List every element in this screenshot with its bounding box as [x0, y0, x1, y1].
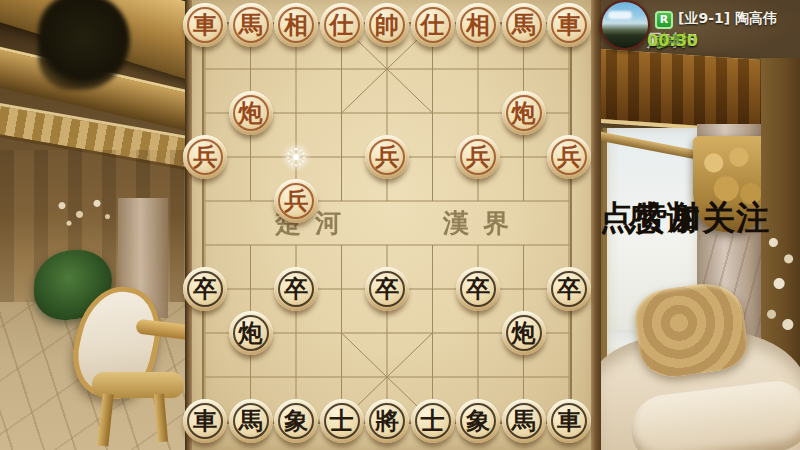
piece-red-兵[interactable]: 兵 — [365, 135, 409, 179]
piece-character: 卒 — [274, 267, 318, 311]
piece-red-帥[interactable]: 帥 — [365, 3, 409, 47]
piece-black-車[interactable]: 車 — [183, 399, 227, 443]
piece-red-相[interactable]: 相 — [274, 3, 318, 47]
piece-red-炮[interactable]: 炮 — [502, 91, 546, 135]
piece-character: 馬 — [502, 399, 546, 443]
piece-red-兵[interactable]: 兵 — [456, 135, 500, 179]
background-left-room — [0, 0, 185, 450]
piece-red-仕[interactable]: 仕 — [411, 3, 455, 47]
piece-character: 卒 — [456, 267, 500, 311]
piece-black-士[interactable]: 士 — [320, 399, 364, 443]
piece-black-象[interactable]: 象 — [274, 399, 318, 443]
piece-black-將[interactable]: 將 — [365, 399, 409, 443]
piece-character: 士 — [320, 399, 364, 443]
last-move-origin-marker — [287, 148, 305, 166]
piece-character: 炮 — [229, 91, 273, 135]
piece-character: 相 — [456, 3, 500, 47]
banner-line2: 感谢 — [600, 201, 706, 235]
piece-character: 仕 — [320, 3, 364, 47]
piece-character: 士 — [411, 399, 455, 443]
piece-character: 象 — [456, 399, 500, 443]
glassware-sparkle — [48, 188, 118, 232]
piece-character: 兵 — [274, 179, 318, 223]
piece-character: 卒 — [183, 267, 227, 311]
piece-red-馬[interactable]: 馬 — [502, 3, 546, 47]
move-time-value: 00:30 — [647, 31, 698, 50]
piece-character: 炮 — [502, 311, 546, 355]
piece-character: 仕 — [411, 3, 455, 47]
piece-character: 車 — [183, 399, 227, 443]
piece-character: 兵 — [547, 135, 591, 179]
piece-black-炮[interactable]: 炮 — [502, 311, 546, 355]
piece-black-卒[interactable]: 卒 — [365, 267, 409, 311]
player-info-overlay: R [业9-1] 陶高伟 局时 15:05 步时 00:30 — [598, 0, 800, 56]
piece-character: 將 — [365, 399, 409, 443]
piece-red-兵[interactable]: 兵 — [274, 179, 318, 223]
piece-black-卒[interactable]: 卒 — [183, 267, 227, 311]
piece-character: 車 — [547, 3, 591, 47]
piece-red-車[interactable]: 車 — [547, 3, 591, 47]
xiangqi-board[interactable]: 楚河 漢界 車馬相仕帥仕相馬車炮炮兵兵兵兵兵卒卒卒卒卒炮炮車馬象士將士象馬車 — [185, 0, 601, 450]
piece-red-炮[interactable]: 炮 — [229, 91, 273, 135]
piece-character: 炮 — [229, 311, 273, 355]
piece-black-馬[interactable]: 馬 — [502, 399, 546, 443]
player-name: [业9-1] 陶高伟 — [678, 10, 777, 28]
piece-character: 馬 — [229, 399, 273, 443]
piece-black-象[interactable]: 象 — [456, 399, 500, 443]
stream-screenshot: 楚河 漢界 車馬相仕帥仕相馬車炮炮兵兵兵兵兵卒卒卒卒卒炮炮車馬象士將士象馬車 R… — [0, 0, 800, 450]
piece-black-士[interactable]: 士 — [411, 399, 455, 443]
piece-character: 馬 — [502, 3, 546, 47]
piece-black-炮[interactable]: 炮 — [229, 311, 273, 355]
piece-character: 卒 — [547, 267, 591, 311]
piece-character: 兵 — [183, 135, 227, 179]
pieces-layer: 車馬相仕帥仕相馬車炮炮兵兵兵兵兵卒卒卒卒卒炮炮車馬象士將士象馬車 — [185, 0, 601, 450]
piece-black-馬[interactable]: 馬 — [229, 399, 273, 443]
piece-character: 車 — [183, 3, 227, 47]
piece-character: 馬 — [229, 3, 273, 47]
piece-red-仕[interactable]: 仕 — [320, 3, 364, 47]
piece-character: 象 — [274, 399, 318, 443]
piece-character: 卒 — [365, 267, 409, 311]
piece-red-馬[interactable]: 馬 — [229, 3, 273, 47]
piece-character: 兵 — [456, 135, 500, 179]
piece-character: 帥 — [365, 3, 409, 47]
piece-black-卒[interactable]: 卒 — [274, 267, 318, 311]
piece-black-車[interactable]: 車 — [547, 399, 591, 443]
piece-character: 兵 — [365, 135, 409, 179]
piece-red-車[interactable]: 車 — [183, 3, 227, 47]
piece-character: 車 — [547, 399, 591, 443]
rank-badge: R — [655, 11, 673, 29]
piece-character: 相 — [274, 3, 318, 47]
piece-black-卒[interactable]: 卒 — [456, 267, 500, 311]
piece-character: 炮 — [502, 91, 546, 135]
piece-red-相[interactable]: 相 — [456, 3, 500, 47]
piece-red-兵[interactable]: 兵 — [547, 135, 591, 179]
player-avatar[interactable] — [600, 0, 650, 50]
piece-red-兵[interactable]: 兵 — [183, 135, 227, 179]
piece-black-卒[interactable]: 卒 — [547, 267, 591, 311]
